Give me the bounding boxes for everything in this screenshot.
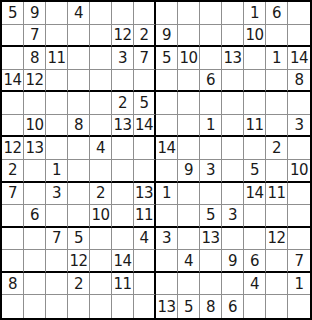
cell-r13c6[interactable]: 11 [112, 273, 134, 296]
cell-r2c8[interactable]: 9 [156, 25, 178, 48]
cell-r9c10[interactable] [200, 183, 222, 206]
cell-r12c14[interactable]: 7 [288, 250, 310, 273]
cell-r9c8[interactable]: 1 [156, 183, 178, 206]
cell-r11c5[interactable] [90, 228, 112, 251]
cell-r11c7[interactable]: 4 [134, 228, 156, 251]
cell-r6c12[interactable]: 11 [244, 115, 266, 138]
cell-r1c1[interactable]: 5 [2, 2, 24, 25]
cell-r13c7[interactable] [134, 273, 156, 296]
cell-r14c3[interactable] [46, 295, 68, 318]
cell-r11c11[interactable] [222, 228, 244, 251]
cell-r6c6[interactable]: 13 [112, 115, 134, 138]
cell-r13c13[interactable] [266, 273, 288, 296]
cell-r9c7[interactable]: 13 [134, 183, 156, 206]
cell-r11c13[interactable]: 12 [266, 228, 288, 251]
cell-r4c2[interactable]: 12 [24, 70, 46, 93]
cell-r1c11[interactable] [222, 2, 244, 25]
cell-r11c12[interactable] [244, 228, 266, 251]
cell-r13c8[interactable] [156, 273, 178, 296]
cell-r14c4[interactable] [68, 295, 90, 318]
cell-r1c2[interactable]: 9 [24, 2, 46, 25]
cell-r12c9[interactable]: 4 [178, 250, 200, 273]
cell-r7c1[interactable]: 12 [2, 137, 24, 160]
cell-r10c13[interactable] [266, 205, 288, 228]
cell-r10c12[interactable] [244, 205, 266, 228]
cell-r12c11[interactable]: 9 [222, 250, 244, 273]
cell-r3c3[interactable]: 11 [46, 47, 68, 70]
cell-r10c8[interactable] [156, 205, 178, 228]
cell-r6c1[interactable] [2, 115, 24, 138]
cell-r13c4[interactable]: 2 [68, 273, 90, 296]
cell-r4c4[interactable] [68, 70, 90, 93]
cell-r2c2[interactable]: 7 [24, 25, 46, 48]
cell-r5c14[interactable] [288, 92, 310, 115]
cell-r7c14[interactable] [288, 137, 310, 160]
cell-r9c1[interactable]: 7 [2, 183, 24, 206]
cell-r10c10[interactable]: 5 [200, 205, 222, 228]
cell-r10c3[interactable] [46, 205, 68, 228]
cell-r7c4[interactable] [68, 137, 90, 160]
cell-r10c4[interactable] [68, 205, 90, 228]
cell-r9c2[interactable] [24, 183, 46, 206]
cell-r7c6[interactable] [112, 137, 134, 160]
cell-r8c14[interactable]: 10 [288, 160, 310, 183]
cell-r12c1[interactable] [2, 250, 24, 273]
cell-r6c14[interactable]: 3 [288, 115, 310, 138]
cell-r2c6[interactable]: 12 [112, 25, 134, 48]
cell-r4c7[interactable] [134, 70, 156, 93]
cell-r11c9[interactable] [178, 228, 200, 251]
cell-r6c9[interactable] [178, 115, 200, 138]
cell-r2c10[interactable] [200, 25, 222, 48]
cell-r2c11[interactable] [222, 25, 244, 48]
cell-r6c8[interactable] [156, 115, 178, 138]
cell-r12c2[interactable] [24, 250, 46, 273]
cell-r6c3[interactable] [46, 115, 68, 138]
cell-r4c6[interactable] [112, 70, 134, 93]
cell-r10c6[interactable] [112, 205, 134, 228]
cell-r2c5[interactable] [90, 25, 112, 48]
cell-r14c2[interactable] [24, 295, 46, 318]
cell-r13c14[interactable]: 1 [288, 273, 310, 296]
cell-r6c2[interactable]: 10 [24, 115, 46, 138]
cell-r11c2[interactable] [24, 228, 46, 251]
cell-r13c9[interactable] [178, 273, 200, 296]
cell-r6c4[interactable]: 8 [68, 115, 90, 138]
cell-r3c1[interactable] [2, 47, 24, 70]
cell-r7c5[interactable]: 4 [90, 137, 112, 160]
cell-r2c1[interactable] [2, 25, 24, 48]
cell-r5c4[interactable] [68, 92, 90, 115]
cell-r13c3[interactable] [46, 273, 68, 296]
cell-r9c14[interactable] [288, 183, 310, 206]
cell-r12c7[interactable] [134, 250, 156, 273]
cell-r5c9[interactable] [178, 92, 200, 115]
cell-r2c7[interactable]: 2 [134, 25, 156, 48]
cell-r1c5[interactable] [90, 2, 112, 25]
cell-r3c9[interactable]: 10 [178, 47, 200, 70]
cell-r6c11[interactable] [222, 115, 244, 138]
cell-r4c11[interactable] [222, 70, 244, 93]
cell-r3c5[interactable] [90, 47, 112, 70]
cell-r12c6[interactable]: 14 [112, 250, 134, 273]
cell-r3c10[interactable] [200, 47, 222, 70]
cell-r1c4[interactable]: 4 [68, 2, 90, 25]
cell-r12c10[interactable] [200, 250, 222, 273]
cell-r5c13[interactable] [266, 92, 288, 115]
cell-r3c7[interactable]: 7 [134, 47, 156, 70]
cell-r4c9[interactable] [178, 70, 200, 93]
cell-r4c5[interactable] [90, 70, 112, 93]
cell-r5c12[interactable] [244, 92, 266, 115]
cell-r2c9[interactable] [178, 25, 200, 48]
cell-r14c6[interactable] [112, 295, 134, 318]
cell-r1c12[interactable]: 1 [244, 2, 266, 25]
cell-r8c7[interactable] [134, 160, 156, 183]
cell-r2c14[interactable] [288, 25, 310, 48]
cell-r7c8[interactable]: 14 [156, 137, 178, 160]
cell-r9c4[interactable] [68, 183, 90, 206]
cell-r12c4[interactable]: 12 [68, 250, 90, 273]
cell-r8c8[interactable] [156, 160, 178, 183]
cell-r3c14[interactable]: 14 [288, 47, 310, 70]
cell-r14c5[interactable] [90, 295, 112, 318]
cell-r6c13[interactable] [266, 115, 288, 138]
cell-r5c10[interactable] [200, 92, 222, 115]
cell-r6c7[interactable]: 14 [134, 115, 156, 138]
cell-r12c13[interactable] [266, 250, 288, 273]
cell-r5c8[interactable] [156, 92, 178, 115]
cell-r4c13[interactable] [266, 70, 288, 93]
cell-r3c2[interactable]: 8 [24, 47, 46, 70]
cell-r10c1[interactable] [2, 205, 24, 228]
cell-r2c4[interactable] [68, 25, 90, 48]
cell-r6c5[interactable] [90, 115, 112, 138]
cell-r3c13[interactable]: 1 [266, 47, 288, 70]
cell-r1c14[interactable] [288, 2, 310, 25]
cell-r1c3[interactable] [46, 2, 68, 25]
cell-r3c12[interactable] [244, 47, 266, 70]
cell-r9c13[interactable]: 11 [266, 183, 288, 206]
cell-r7c11[interactable] [222, 137, 244, 160]
cell-r11c14[interactable] [288, 228, 310, 251]
cell-r1c9[interactable] [178, 2, 200, 25]
cell-r4c10[interactable]: 6 [200, 70, 222, 93]
cell-r3c8[interactable]: 5 [156, 47, 178, 70]
cell-r2c13[interactable] [266, 25, 288, 48]
cell-r5c11[interactable] [222, 92, 244, 115]
cell-r9c3[interactable]: 3 [46, 183, 68, 206]
cell-r4c1[interactable]: 14 [2, 70, 24, 93]
cell-r12c5[interactable] [90, 250, 112, 273]
cell-r3c6[interactable]: 3 [112, 47, 134, 70]
cell-r9c11[interactable] [222, 183, 244, 206]
cell-r7c3[interactable] [46, 137, 68, 160]
cell-r8c3[interactable]: 1 [46, 160, 68, 183]
cell-r8c4[interactable] [68, 160, 90, 183]
cell-r11c3[interactable]: 7 [46, 228, 68, 251]
cell-r8c11[interactable] [222, 160, 244, 183]
cell-r10c11[interactable]: 3 [222, 205, 244, 228]
cell-r7c7[interactable] [134, 137, 156, 160]
sudoku-board: 5941671229108113751013114141268251081314… [0, 0, 312, 320]
cell-r8c5[interactable] [90, 160, 112, 183]
cell-r11c8[interactable]: 3 [156, 228, 178, 251]
cell-r14c1[interactable] [2, 295, 24, 318]
cell-r14c10[interactable]: 8 [200, 295, 222, 318]
cell-r7c12[interactable] [244, 137, 266, 160]
cell-r14c11[interactable]: 6 [222, 295, 244, 318]
cell-r8c6[interactable] [112, 160, 134, 183]
cell-r2c3[interactable] [46, 25, 68, 48]
cell-r3c11[interactable]: 13 [222, 47, 244, 70]
cell-r5c7[interactable]: 5 [134, 92, 156, 115]
cell-r14c13[interactable] [266, 295, 288, 318]
cell-r8c10[interactable]: 3 [200, 160, 222, 183]
cell-r10c5[interactable]: 10 [90, 205, 112, 228]
cell-r10c9[interactable] [178, 205, 200, 228]
cell-r10c2[interactable]: 6 [24, 205, 46, 228]
cell-r12c8[interactable] [156, 250, 178, 273]
cell-r10c7[interactable]: 11 [134, 205, 156, 228]
cell-r7c9[interactable] [178, 137, 200, 160]
cell-r8c13[interactable] [266, 160, 288, 183]
cell-r13c12[interactable]: 4 [244, 273, 266, 296]
cell-r6c10[interactable]: 1 [200, 115, 222, 138]
cell-r8c1[interactable]: 2 [2, 160, 24, 183]
cell-r14c14[interactable] [288, 295, 310, 318]
cell-r5c6[interactable]: 2 [112, 92, 134, 115]
cell-r1c10[interactable] [200, 2, 222, 25]
cell-r7c2[interactable]: 13 [24, 137, 46, 160]
cell-r11c6[interactable] [112, 228, 134, 251]
cell-r4c12[interactable] [244, 70, 266, 93]
cell-r4c3[interactable] [46, 70, 68, 93]
cell-r13c11[interactable] [222, 273, 244, 296]
cell-r13c10[interactable] [200, 273, 222, 296]
cell-r5c3[interactable] [46, 92, 68, 115]
cell-r9c5[interactable]: 2 [90, 183, 112, 206]
cell-r11c1[interactable] [2, 228, 24, 251]
cell-r4c8[interactable] [156, 70, 178, 93]
cell-r14c7[interactable] [134, 295, 156, 318]
cell-r1c6[interactable] [112, 2, 134, 25]
cell-r14c9[interactable]: 5 [178, 295, 200, 318]
cell-r8c12[interactable]: 5 [244, 160, 266, 183]
cell-r8c2[interactable] [24, 160, 46, 183]
cell-r5c2[interactable] [24, 92, 46, 115]
cell-r8c9[interactable]: 9 [178, 160, 200, 183]
cell-r1c13[interactable]: 6 [266, 2, 288, 25]
cell-r4c14[interactable]: 8 [288, 70, 310, 93]
cell-r5c5[interactable] [90, 92, 112, 115]
cell-r1c8[interactable] [156, 2, 178, 25]
cell-r14c12[interactable] [244, 295, 266, 318]
cell-r12c12[interactable]: 6 [244, 250, 266, 273]
cell-r7c13[interactable]: 2 [266, 137, 288, 160]
cell-r11c10[interactable]: 13 [200, 228, 222, 251]
cell-r9c6[interactable] [112, 183, 134, 206]
cell-r12c3[interactable] [46, 250, 68, 273]
cell-r7c10[interactable] [200, 137, 222, 160]
cell-r9c12[interactable]: 14 [244, 183, 266, 206]
cell-r13c1[interactable]: 8 [2, 273, 24, 296]
cell-r14c8[interactable]: 13 [156, 295, 178, 318]
cell-r13c5[interactable] [90, 273, 112, 296]
cell-r10c14[interactable] [288, 205, 310, 228]
cell-r13c2[interactable] [24, 273, 46, 296]
cell-r2c12[interactable]: 10 [244, 25, 266, 48]
cell-r5c1[interactable] [2, 92, 24, 115]
cell-r9c9[interactable] [178, 183, 200, 206]
cell-r3c4[interactable] [68, 47, 90, 70]
cell-r1c7[interactable] [134, 2, 156, 25]
cell-r11c4[interactable]: 5 [68, 228, 90, 251]
